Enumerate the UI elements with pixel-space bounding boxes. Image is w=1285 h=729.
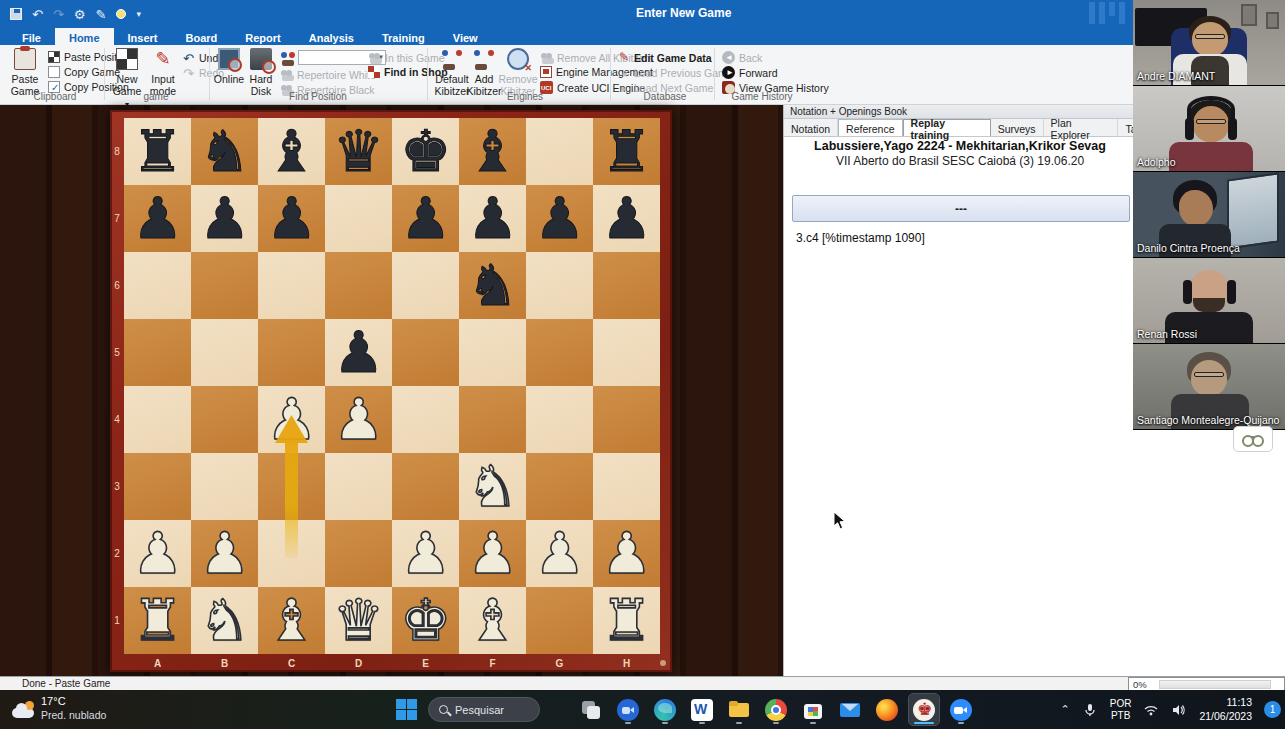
square-e4[interactable] bbox=[392, 386, 459, 453]
square-a7[interactable]: ♟ bbox=[124, 185, 191, 252]
speaker-icon[interactable] bbox=[1171, 702, 1187, 718]
white-piece[interactable]: ♚ bbox=[400, 592, 451, 649]
ribbon-tab-board[interactable]: Board bbox=[171, 28, 231, 45]
mail-icon bbox=[839, 699, 861, 721]
repertoire-white-button: Repertoire White bbox=[280, 68, 376, 81]
black-piece[interactable]: ♟ bbox=[199, 190, 250, 247]
players-line: Labussiere,Yago 2224 - Mekhitarian,Kriko… bbox=[784, 139, 1136, 153]
ribbon-tab-home[interactable]: Home bbox=[55, 28, 114, 45]
progress-label: 0% bbox=[1133, 679, 1147, 690]
tray-date: 21/06/2023 bbox=[1199, 710, 1252, 724]
square-h8[interactable]: ♜ bbox=[593, 118, 660, 185]
black-piece[interactable]: ♝ bbox=[467, 123, 518, 180]
rank-label: 8 bbox=[110, 118, 124, 185]
rank-label: 5 bbox=[110, 319, 124, 386]
add-kibitzer-button[interactable]: Add Kibitzer bbox=[466, 48, 502, 97]
board-corner-dot bbox=[660, 660, 666, 666]
video-tile[interactable]: Renan Rossi bbox=[1133, 258, 1285, 344]
taskbar-app-store[interactable] bbox=[798, 694, 828, 725]
black-piece[interactable]: ♟ bbox=[534, 190, 585, 247]
notation-tab-plan-explorer[interactable]: Plan Explorer bbox=[1044, 119, 1119, 136]
board-grid[interactable]: ♜♞♝♛♚♝♜♟♟♟♟♟♟♟♞♟♟♟♞♟♟♟♟♟♟♜♞♝♛♚♝♜ bbox=[124, 118, 660, 654]
square-e5[interactable] bbox=[392, 319, 459, 386]
status-bar: Done - Paste Game 0% bbox=[0, 676, 1285, 690]
white-piece[interactable]: ♜ bbox=[601, 592, 652, 649]
taskbar-app-firefox[interactable] bbox=[872, 694, 902, 725]
load-previous-game-button: ◂Load Previous Game bbox=[618, 66, 733, 79]
black-piece[interactable]: ♟ bbox=[601, 190, 652, 247]
black-piece[interactable]: ♟ bbox=[266, 190, 317, 247]
video-tile[interactable]: Danilo Cintra Proença bbox=[1133, 172, 1285, 258]
paste-game-button[interactable]: Paste Game bbox=[8, 48, 42, 97]
square-g1[interactable] bbox=[526, 587, 593, 654]
black-piece[interactable]: ♞ bbox=[199, 123, 250, 180]
black-piece[interactable]: ♟ bbox=[400, 190, 451, 247]
square-f4[interactable] bbox=[459, 386, 526, 453]
search-placeholder: Pesquisar bbox=[455, 704, 504, 716]
notation-tab-notation[interactable]: Notation bbox=[784, 119, 838, 136]
firefox-icon bbox=[876, 699, 898, 721]
rank-label: 4 bbox=[110, 386, 124, 453]
tray-time: 11:13 bbox=[1199, 696, 1252, 710]
game-group-label: game bbox=[106, 91, 206, 102]
participant-name: Santiago Montealegre-Quijano bbox=[1137, 414, 1279, 426]
back-icon bbox=[722, 51, 735, 64]
gear-icon[interactable]: ⚙ bbox=[74, 8, 86, 21]
word-icon bbox=[691, 699, 713, 721]
square-g2[interactable]: ♟ bbox=[526, 520, 593, 587]
default-kibitzer-icon bbox=[441, 48, 463, 70]
notation-tab-replay-training[interactable]: Replay training bbox=[903, 119, 991, 136]
microphone-icon[interactable] bbox=[1082, 702, 1098, 718]
tray-chevron-icon[interactable]: ⌃ bbox=[1061, 703, 1070, 716]
weather-icon bbox=[12, 704, 34, 718]
square-b7[interactable]: ♟ bbox=[191, 185, 258, 252]
ribbon-tab-insert[interactable]: Insert bbox=[114, 28, 172, 45]
move-text[interactable]: 3.c4 [%timestamp 1090] bbox=[796, 231, 925, 245]
file-label: E bbox=[392, 654, 459, 672]
taskbar-app-file-explorer[interactable] bbox=[724, 694, 754, 725]
repertoire-white-icon bbox=[280, 68, 293, 81]
spectacles-button[interactable] bbox=[1233, 426, 1273, 452]
video-tile[interactable]: Andre DIAMANT bbox=[1133, 0, 1285, 86]
title-bar: ↶ ↷ ⚙ ✎ ▾ Enter New Game bbox=[0, 0, 1285, 28]
square-g3[interactable] bbox=[526, 453, 593, 520]
square-c4[interactable]: ♟ bbox=[258, 386, 325, 453]
square-e1[interactable]: ♚ bbox=[392, 587, 459, 654]
taskbar-app-task-view[interactable] bbox=[576, 694, 606, 725]
weather-widget[interactable]: 17°C Pred. nublado bbox=[12, 695, 106, 721]
participant-name: Danilo Cintra Proença bbox=[1137, 242, 1240, 254]
square-b2[interactable]: ♟ bbox=[191, 520, 258, 587]
edge-icon bbox=[654, 699, 676, 721]
square-h4[interactable] bbox=[593, 386, 660, 453]
square-c3[interactable] bbox=[258, 453, 325, 520]
store-icon bbox=[802, 699, 824, 721]
online-icon bbox=[218, 48, 240, 70]
ribbon-redo-icon: ↷ bbox=[182, 66, 195, 79]
black-piece[interactable]: ♛ bbox=[333, 123, 384, 180]
square-e2[interactable]: ♟ bbox=[392, 520, 459, 587]
titlebar-decoration bbox=[1089, 2, 1125, 24]
file-label: G bbox=[526, 654, 593, 672]
square-f2[interactable]: ♟ bbox=[459, 520, 526, 587]
square-f5[interactable] bbox=[459, 319, 526, 386]
square-h2[interactable]: ♟ bbox=[593, 520, 660, 587]
square-d6[interactable] bbox=[325, 252, 392, 319]
progress-bar: 0% bbox=[1128, 677, 1285, 691]
square-c7[interactable]: ♟ bbox=[258, 185, 325, 252]
file-labels: ABCDEFGH bbox=[124, 654, 660, 672]
paste-position-icon bbox=[48, 51, 60, 63]
spectacles-icon bbox=[1242, 435, 1264, 444]
square-f3[interactable]: ♞ bbox=[459, 453, 526, 520]
quick-access-toolbar: ↶ ↷ ⚙ ✎ ▾ bbox=[0, 8, 141, 21]
ribbon: Paste Game Paste Position Copy Game Copy… bbox=[0, 45, 1285, 105]
square-f1[interactable]: ♝ bbox=[459, 587, 526, 654]
black-piece[interactable]: ♟ bbox=[132, 190, 183, 247]
undo-icon[interactable]: ↶ bbox=[32, 8, 43, 21]
in-this-game-icon bbox=[368, 51, 381, 64]
file-label: B bbox=[191, 654, 258, 672]
task-view-icon bbox=[580, 699, 602, 721]
remove-all-kibitzers-icon bbox=[540, 51, 553, 64]
taskbar-app-chessbase[interactable] bbox=[909, 694, 939, 725]
ribbon-tab-training[interactable]: Training bbox=[368, 28, 439, 45]
white-piece[interactable]: ♟ bbox=[601, 525, 652, 582]
white-piece[interactable]: ♞ bbox=[467, 458, 518, 515]
ribbon-tab-report[interactable]: Report bbox=[231, 28, 294, 45]
black-piece[interactable]: ♜ bbox=[132, 123, 183, 180]
rank-label: 1 bbox=[110, 587, 124, 654]
white-piece[interactable]: ♟ bbox=[132, 525, 183, 582]
video-call-sidebar: Andre DIAMANT Adolpho Danilo Cintra Proe… bbox=[1133, 0, 1285, 430]
white-piece[interactable]: ♟ bbox=[333, 391, 384, 448]
taskbar-app-word[interactable] bbox=[687, 694, 717, 725]
square-g6[interactable] bbox=[526, 252, 593, 319]
white-piece[interactable]: ♝ bbox=[467, 592, 518, 649]
square-b5[interactable] bbox=[191, 319, 258, 386]
square-g7[interactable]: ♟ bbox=[526, 185, 593, 252]
square-c5[interactable] bbox=[258, 319, 325, 386]
game-header: Labussiere,Yago 2224 - Mekhitarian,Kriko… bbox=[784, 139, 1136, 168]
black-piece[interactable]: ♚ bbox=[400, 123, 451, 180]
engine-management-icon bbox=[540, 66, 552, 78]
mouse-cursor bbox=[833, 511, 849, 531]
black-piece[interactable]: ♟ bbox=[467, 190, 518, 247]
start-button[interactable] bbox=[396, 699, 417, 720]
black-piece[interactable]: ♞ bbox=[467, 257, 518, 314]
rank-label: 3 bbox=[110, 453, 124, 520]
system-tray: ⌃ POR PTB 11:13 21/06/2023 1 bbox=[1061, 690, 1281, 729]
square-d8[interactable]: ♛ bbox=[325, 118, 392, 185]
zoom-icon bbox=[950, 699, 972, 721]
engines-group-label: Engines bbox=[475, 91, 575, 102]
replay-choice-button[interactable]: --- bbox=[792, 195, 1130, 222]
rank-label: 2 bbox=[110, 520, 124, 587]
ribbon-tab-file[interactable]: File bbox=[8, 28, 55, 45]
square-f8[interactable]: ♝ bbox=[459, 118, 526, 185]
square-g8[interactable] bbox=[526, 118, 593, 185]
taskbar-app-edge[interactable] bbox=[650, 694, 680, 725]
weather-temp: 17°C bbox=[41, 695, 106, 709]
hard-disk-icon bbox=[250, 48, 272, 70]
taskbar-apps bbox=[576, 694, 976, 725]
copy-game-icon bbox=[48, 66, 60, 78]
white-piece[interactable]: ♟ bbox=[467, 525, 518, 582]
white-piece[interactable]: ♟ bbox=[534, 525, 585, 582]
square-c8[interactable]: ♝ bbox=[258, 118, 325, 185]
load-previous-game-icon: ◂ bbox=[618, 66, 630, 79]
white-piece[interactable]: ♞ bbox=[199, 592, 250, 649]
square-b8[interactable]: ♞ bbox=[191, 118, 258, 185]
add-kibitzer-icon bbox=[473, 48, 495, 70]
ribbon-undo-icon: ↶ bbox=[182, 51, 195, 64]
video-app-icon bbox=[617, 699, 639, 721]
language-indicator[interactable]: POR PTB bbox=[1110, 698, 1132, 722]
square-b4[interactable] bbox=[191, 386, 258, 453]
square-d1[interactable]: ♛ bbox=[325, 587, 392, 654]
notation-tab-surveys[interactable]: Surveys bbox=[991, 119, 1044, 136]
search-icon bbox=[439, 705, 448, 714]
remove-kibitzer-button: Remove Kibitzer bbox=[498, 48, 538, 97]
white-piece[interactable]: ♛ bbox=[333, 592, 384, 649]
window-title: Enter New Game bbox=[636, 6, 731, 20]
square-a8[interactable]: ♜ bbox=[124, 118, 191, 185]
find-position-group-label: Find Position bbox=[268, 91, 368, 102]
clipboard-group-label: Clipboard bbox=[5, 91, 105, 102]
file-label: A bbox=[124, 654, 191, 672]
save-icon[interactable] bbox=[10, 8, 22, 20]
taskbar-app-chrome[interactable] bbox=[761, 694, 791, 725]
taskbar-app-video-app[interactable] bbox=[613, 694, 643, 725]
square-c6[interactable] bbox=[258, 252, 325, 319]
chess-board[interactable]: 87654321 ♜♞♝♛♚♝♜♟♟♟♟♟♟♟♞♟♟♟♞♟♟♟♟♟♟♜♞♝♛♚♝… bbox=[110, 110, 672, 672]
taskbar: 17°C Pred. nublado Pesquisar ⌃ POR PTB 1… bbox=[0, 690, 1285, 729]
ribbon-tab-analysis[interactable]: Analysis bbox=[295, 28, 368, 45]
qat-more-icon[interactable]: ▾ bbox=[136, 10, 141, 19]
square-d2[interactable] bbox=[325, 520, 392, 587]
white-piece[interactable]: ♜ bbox=[132, 592, 183, 649]
find-position-board-icon bbox=[280, 50, 296, 66]
square-a6[interactable] bbox=[124, 252, 191, 319]
square-h7[interactable]: ♟ bbox=[593, 185, 660, 252]
event-line: VII Aberto do Brasil SESC Caiobá (3) 19.… bbox=[784, 154, 1136, 168]
tools-icon[interactable]: ✎ bbox=[95, 8, 106, 21]
white-piece[interactable]: ♟ bbox=[266, 391, 317, 448]
taskbar-app-zoom[interactable] bbox=[946, 694, 976, 725]
square-b1[interactable]: ♞ bbox=[191, 587, 258, 654]
file-label: F bbox=[459, 654, 526, 672]
participant-name: Adolpho bbox=[1137, 156, 1176, 168]
square-c2[interactable] bbox=[258, 520, 325, 587]
rank-label: 6 bbox=[110, 252, 124, 319]
notification-badge[interactable]: 1 bbox=[1264, 701, 1281, 718]
square-f7[interactable]: ♟ bbox=[459, 185, 526, 252]
remove-kibitzer-icon bbox=[507, 48, 529, 70]
redo-icon: ↷ bbox=[53, 8, 64, 21]
back-button: Back bbox=[722, 51, 762, 64]
black-piece[interactable]: ♝ bbox=[266, 123, 317, 180]
white-piece[interactable]: ♝ bbox=[266, 592, 317, 649]
participant-name: Renan Rossi bbox=[1137, 328, 1197, 340]
ribbon-tab-strip: FileHomeInsertBoardReportAnalysisTrainin… bbox=[0, 28, 1285, 45]
square-d5[interactable]: ♟ bbox=[325, 319, 392, 386]
square-a1[interactable]: ♜ bbox=[124, 587, 191, 654]
lightbulb-icon[interactable] bbox=[116, 9, 126, 19]
square-d3[interactable] bbox=[325, 453, 392, 520]
input-mode-icon: ✎ bbox=[152, 48, 174, 70]
new-game-icon bbox=[116, 48, 138, 70]
forward-icon bbox=[722, 66, 735, 79]
black-piece[interactable]: ♜ bbox=[601, 123, 652, 180]
rank-label: 7 bbox=[110, 185, 124, 252]
find-in-shop-icon bbox=[368, 66, 380, 78]
white-piece[interactable]: ♟ bbox=[199, 525, 250, 582]
square-h5[interactable] bbox=[593, 319, 660, 386]
square-h6[interactable] bbox=[593, 252, 660, 319]
notation-tab-reference[interactable]: Reference bbox=[838, 119, 902, 136]
square-a5[interactable] bbox=[124, 319, 191, 386]
paste-game-icon bbox=[14, 48, 36, 70]
black-piece[interactable]: ♟ bbox=[333, 324, 384, 381]
square-f6[interactable]: ♞ bbox=[459, 252, 526, 319]
square-g4[interactable] bbox=[526, 386, 593, 453]
rank-labels: 87654321 bbox=[110, 118, 124, 654]
square-b6[interactable] bbox=[191, 252, 258, 319]
hard-disk-search-button[interactable]: Hard Disk bbox=[244, 48, 278, 97]
game-history-group-label: Game History bbox=[712, 91, 812, 102]
square-e6[interactable] bbox=[392, 252, 459, 319]
video-tile[interactable]: Santiago Montealegre-Quijano bbox=[1133, 344, 1285, 430]
participant-name: Andre DIAMANT bbox=[1137, 70, 1215, 82]
taskbar-search[interactable]: Pesquisar bbox=[428, 697, 540, 722]
white-piece[interactable]: ♟ bbox=[400, 525, 451, 582]
taskbar-app-mail[interactable] bbox=[835, 694, 865, 725]
square-d4[interactable]: ♟ bbox=[325, 386, 392, 453]
file-explorer-icon bbox=[728, 699, 750, 721]
square-b3[interactable] bbox=[191, 453, 258, 520]
file-label: C bbox=[258, 654, 325, 672]
square-h3[interactable] bbox=[593, 453, 660, 520]
video-tile[interactable]: Adolpho bbox=[1133, 86, 1285, 172]
online-search-button[interactable]: Online bbox=[212, 48, 246, 85]
forward-button[interactable]: Forward bbox=[722, 66, 778, 79]
weather-desc: Pred. nublado bbox=[41, 709, 106, 722]
square-c1[interactable]: ♝ bbox=[258, 587, 325, 654]
square-e7[interactable]: ♟ bbox=[392, 185, 459, 252]
chessbase-icon bbox=[913, 699, 935, 721]
file-label: H bbox=[593, 654, 660, 672]
edit-game-data-icon: ✎ bbox=[618, 51, 630, 64]
database-group-label: Database bbox=[615, 91, 715, 102]
square-e3[interactable] bbox=[392, 453, 459, 520]
status-text: Done - Paste Game bbox=[22, 678, 110, 689]
square-a3[interactable] bbox=[124, 453, 191, 520]
square-d7[interactable] bbox=[325, 185, 392, 252]
square-a2[interactable]: ♟ bbox=[124, 520, 191, 587]
square-a4[interactable] bbox=[124, 386, 191, 453]
edit-game-data-button[interactable]: ✎Edit Game Data bbox=[618, 51, 712, 64]
input-mode-button[interactable]: ✎ Input mode bbox=[146, 48, 180, 97]
wifi-icon[interactable] bbox=[1143, 702, 1159, 718]
ribbon-tab-view[interactable]: View bbox=[439, 28, 492, 45]
file-label: D bbox=[325, 654, 392, 672]
square-h1[interactable]: ♜ bbox=[593, 587, 660, 654]
square-e8[interactable]: ♚ bbox=[392, 118, 459, 185]
chrome-icon bbox=[765, 699, 787, 721]
square-g5[interactable] bbox=[526, 319, 593, 386]
clock[interactable]: 11:13 21/06/2023 bbox=[1199, 696, 1252, 723]
